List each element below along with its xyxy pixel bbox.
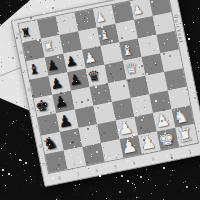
noise-dot — [182, 167, 183, 168]
noise-dot — [34, 181, 35, 182]
noise-dot — [21, 0, 22, 1]
noise-dot — [3, 199, 4, 200]
edge-label-bottom-6: 6 — [87, 166, 107, 175]
noise-dot — [1, 148, 2, 149]
noise-dot — [13, 133, 14, 134]
noise-dot — [9, 5, 10, 6]
noise-dot — [11, 175, 12, 176]
noise-dot — [140, 176, 142, 178]
noise-dot — [25, 115, 26, 116]
noise-dot — [5, 145, 6, 146]
noise-dot — [194, 180, 195, 181]
noise-dot — [170, 174, 172, 176]
noise-dot — [184, 24, 185, 25]
captured-black-pawn: ♟ — [68, 181, 83, 200]
noise-dot — [197, 62, 198, 63]
noise-dot — [189, 183, 190, 184]
edge-label-bottom-8: 8 — [50, 174, 70, 183]
edge-label-bottom-2: 2 — [162, 151, 182, 160]
noise-dot — [154, 180, 155, 181]
noise-dot — [5, 185, 6, 186]
noise-dot — [30, 146, 31, 147]
noise-dot — [23, 186, 24, 187]
noise-dot — [0, 24, 1, 25]
noise-dot — [16, 120, 17, 121]
noise-dot — [8, 173, 10, 175]
noise-dot — [19, 145, 20, 146]
noise-dot — [6, 134, 7, 135]
edge-label-bottom-7: 7 — [69, 170, 89, 179]
noise-dot — [1, 20, 2, 21]
noise-dot — [23, 164, 24, 165]
noise-dot — [127, 180, 129, 182]
edge-label-left-h: h — [41, 161, 48, 167]
noise-dot — [146, 169, 147, 170]
noise-dot — [193, 183, 194, 184]
noise-dot — [185, 181, 186, 182]
noise-dot — [196, 187, 197, 188]
noise-dot — [12, 123, 13, 124]
noise-dot — [198, 67, 199, 68]
noise-dot — [158, 171, 159, 172]
noise-dot — [2, 169, 4, 171]
square-h1 — [175, 124, 197, 146]
noise-dot — [183, 191, 184, 192]
noise-dot — [183, 5, 184, 6]
noise-dot — [13, 186, 14, 187]
noise-dot — [121, 182, 122, 183]
noise-dot — [163, 167, 165, 169]
noise-dot — [7, 2, 8, 3]
noise-dot — [56, 199, 57, 200]
noise-dot — [28, 134, 29, 135]
edge-label-left-c: c — [22, 68, 29, 74]
noise-dot — [2, 175, 3, 176]
noise-dot — [199, 41, 200, 42]
edge-label-left-d: d — [25, 87, 32, 93]
noise-dot — [137, 175, 138, 176]
noise-dot — [109, 199, 111, 200]
board-grid: ♜♝♚♞♟♟♟♟♟♟♛♜♟♟♟♝♝♛♟♟♞♟♟♚♜ — [19, 0, 198, 173]
noise-dot — [119, 191, 121, 193]
noise-dot — [143, 182, 144, 183]
noise-dot — [1, 167, 2, 168]
noise-dot — [182, 190, 183, 191]
noise-dot — [186, 186, 188, 188]
noise-dot — [3, 198, 4, 199]
noise-dot — [26, 180, 27, 181]
edge-label-left-a: a — [14, 31, 21, 37]
noise-dot — [33, 145, 34, 146]
edge-label-bottom-3: 3 — [143, 155, 163, 164]
noise-dot — [116, 198, 117, 199]
noise-dot — [163, 199, 164, 200]
noise-dot — [10, 11, 11, 12]
noise-dot — [10, 153, 11, 154]
noise-dot — [151, 193, 152, 194]
noise-dot — [127, 199, 129, 200]
noise-dot — [95, 188, 96, 189]
noise-dot — [0, 15, 1, 16]
noise-dot — [29, 120, 30, 121]
noise-dot — [133, 182, 134, 183]
noise-dot — [174, 164, 175, 165]
board-margin: ♜♝♚♞♟♟♟♟♟♟♛♜♟♟♟♝♝♛♟♟♞♟♟♚♜ abcdefgh 87654… — [11, 0, 200, 187]
noise-dot — [24, 170, 25, 171]
noise-dot — [196, 47, 198, 49]
edge-label-left-f: f — [33, 124, 40, 130]
noise-dot — [30, 176, 31, 177]
noise-dot — [199, 165, 200, 167]
noise-dot — [6, 112, 8, 114]
noise-dot — [4, 186, 5, 187]
noise-dot — [134, 175, 135, 176]
noise-dot — [5, 143, 6, 144]
edge-label-left-e: e — [29, 105, 36, 111]
noise-dot — [136, 197, 137, 198]
noise-dot — [148, 179, 149, 180]
noise-dot — [31, 137, 32, 138]
noise-dot — [4, 16, 5, 17]
noise-dot — [17, 175, 18, 176]
noise-dot — [155, 185, 156, 186]
noise-dot — [197, 92, 198, 93]
noise-dot — [132, 198, 133, 199]
noise-dot — [134, 184, 135, 185]
noise-dot — [198, 8, 199, 9]
edge-label-bottom-4: 4 — [124, 159, 144, 168]
noise-dot — [21, 160, 22, 161]
noise-dot — [193, 160, 194, 161]
edge-label-bottom-1: 1 — [180, 148, 200, 157]
noise-dot — [179, 199, 180, 200]
noise-dot — [5, 163, 6, 164]
noise-dot — [193, 22, 194, 23]
noise-dot — [123, 189, 124, 190]
noise-dot — [5, 186, 7, 188]
noise-dot — [22, 125, 24, 127]
edge-label-left-g: g — [37, 143, 44, 149]
noise-dot — [116, 177, 117, 178]
noise-dot — [195, 36, 196, 37]
noise-dot — [34, 165, 35, 166]
edge-label-bottom-5: 5 — [106, 163, 126, 172]
noise-dot — [90, 189, 91, 190]
noise-dot — [121, 175, 123, 177]
noise-dot — [172, 170, 173, 171]
noise-dot — [19, 159, 21, 161]
noise-dot — [183, 182, 184, 183]
noise-dot — [96, 191, 97, 192]
noise-dot — [187, 34, 188, 35]
noise-dot — [25, 162, 27, 164]
noise-dot — [188, 38, 190, 40]
noise-dot — [167, 184, 168, 185]
noise-dot — [169, 180, 171, 182]
noise-dot — [31, 179, 32, 180]
noise-dot — [41, 182, 42, 183]
noise-dot — [32, 153, 33, 154]
noise-dot — [92, 194, 93, 195]
noise-dot — [194, 51, 195, 52]
noise-dot — [22, 128, 23, 129]
noise-dot — [40, 184, 42, 186]
noise-dot — [132, 183, 133, 184]
photo-stage: ♜♝♚♞♟♟♟♟♟♟♛♜♟♟♟♝♝♛♟♟♞♟♟♚♜ abcdefgh 87654… — [0, 0, 200, 200]
noise-dot — [17, 150, 18, 151]
noise-dot — [106, 198, 107, 199]
chessboard: ♜♝♚♞♟♟♟♟♟♟♛♜♟♟♟♝♝♛♟♟♞♟♟♚♜ abcdefgh 87654… — [11, 0, 200, 187]
noise-dot — [135, 187, 136, 188]
noise-dot — [27, 140, 28, 141]
edge-label-left-b: b — [18, 49, 25, 55]
noise-dot — [34, 160, 35, 161]
noise-dot — [15, 154, 16, 155]
noise-dot — [13, 121, 14, 122]
